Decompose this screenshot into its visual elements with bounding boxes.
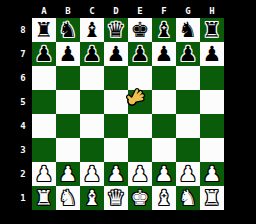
- piece-black-pawn[interactable]: ♟: [35, 42, 54, 66]
- piece-white-bishop[interactable]: ♝: [83, 186, 102, 210]
- piece-black-king[interactable]: ♚: [131, 18, 150, 42]
- square-f8[interactable]: ♝: [152, 18, 176, 42]
- square-a7[interactable]: ♟: [32, 42, 56, 66]
- square-c3[interactable]: [80, 138, 104, 162]
- file-label-d: D: [104, 7, 128, 16]
- piece-black-pawn[interactable]: ♟: [131, 42, 150, 66]
- square-e3[interactable]: [128, 138, 152, 162]
- piece-black-pawn[interactable]: ♟: [107, 42, 126, 66]
- piece-black-rook[interactable]: ♜: [203, 18, 222, 42]
- piece-white-pawn[interactable]: ♟: [59, 162, 78, 186]
- square-h3[interactable]: [200, 138, 224, 162]
- piece-black-pawn[interactable]: ♟: [83, 42, 102, 66]
- rank-label-6: 6: [17, 66, 29, 90]
- piece-white-queen[interactable]: ♛: [107, 186, 126, 210]
- square-e4[interactable]: [128, 114, 152, 138]
- piece-white-pawn[interactable]: ♟: [155, 162, 174, 186]
- piece-black-pawn[interactable]: ♟: [155, 42, 174, 66]
- square-c6[interactable]: [80, 66, 104, 90]
- square-d6[interactable]: [104, 66, 128, 90]
- rank-label-2: 2: [17, 162, 29, 186]
- square-a5[interactable]: [32, 90, 56, 114]
- file-label-f: F: [152, 7, 176, 16]
- square-f4[interactable]: [152, 114, 176, 138]
- square-b4[interactable]: [56, 114, 80, 138]
- square-a4[interactable]: [32, 114, 56, 138]
- piece-white-pawn[interactable]: ♟: [131, 162, 150, 186]
- square-g4[interactable]: [176, 114, 200, 138]
- square-g5[interactable]: [176, 90, 200, 114]
- square-f5[interactable]: [152, 90, 176, 114]
- square-c4[interactable]: [80, 114, 104, 138]
- file-label-b: B: [56, 7, 80, 16]
- rank-label-8: 8: [17, 18, 29, 42]
- square-g7[interactable]: ♟: [176, 42, 200, 66]
- square-e1[interactable]: ♚: [128, 186, 152, 210]
- piece-white-knight[interactable]: ♞: [179, 186, 198, 210]
- rank-label-5: 5: [17, 90, 29, 114]
- file-label-h: H: [200, 7, 224, 16]
- square-d4[interactable]: [104, 114, 128, 138]
- square-h4[interactable]: [200, 114, 224, 138]
- square-g6[interactable]: [176, 66, 200, 90]
- piece-white-pawn[interactable]: ♟: [83, 162, 102, 186]
- square-a6[interactable]: [32, 66, 56, 90]
- rank-label-4: 4: [17, 114, 29, 138]
- file-label-c: C: [80, 7, 104, 16]
- game-screen: ABCDEFGH 87654321 ♜♞♝♛♚♝♞♜♟♟♟♟♟♟♟♟♟♟♟♟♟♟…: [0, 0, 256, 224]
- square-f1[interactable]: ♝: [152, 186, 176, 210]
- piece-black-bishop[interactable]: ♝: [155, 18, 174, 42]
- piece-black-bishop[interactable]: ♝: [83, 18, 102, 42]
- piece-black-knight[interactable]: ♞: [59, 18, 78, 42]
- file-label-a: A: [32, 7, 56, 16]
- square-b8[interactable]: ♞: [56, 18, 80, 42]
- square-b7[interactable]: ♟: [56, 42, 80, 66]
- file-label-e: E: [128, 7, 152, 16]
- square-c8[interactable]: ♝: [80, 18, 104, 42]
- square-b3[interactable]: [56, 138, 80, 162]
- square-e2[interactable]: ♟: [128, 162, 152, 186]
- square-a3[interactable]: [32, 138, 56, 162]
- file-label-g: G: [176, 7, 200, 16]
- square-b1[interactable]: ♞: [56, 186, 80, 210]
- square-d2[interactable]: ♟: [104, 162, 128, 186]
- square-h8[interactable]: ♜: [200, 18, 224, 42]
- piece-white-pawn[interactable]: ♟: [179, 162, 198, 186]
- piece-black-pawn[interactable]: ♟: [203, 42, 222, 66]
- piece-white-pawn[interactable]: ♟: [35, 162, 54, 186]
- square-h6[interactable]: [200, 66, 224, 90]
- square-b2[interactable]: ♟: [56, 162, 80, 186]
- square-f6[interactable]: [152, 66, 176, 90]
- square-a1[interactable]: ♜: [32, 186, 56, 210]
- square-e8[interactable]: ♚: [128, 18, 152, 42]
- square-g1[interactable]: ♞: [176, 186, 200, 210]
- square-h5[interactable]: [200, 90, 224, 114]
- square-g8[interactable]: ♞: [176, 18, 200, 42]
- square-d8[interactable]: ♛: [104, 18, 128, 42]
- square-d1[interactable]: ♛: [104, 186, 128, 210]
- square-h1[interactable]: ♜: [200, 186, 224, 210]
- piece-white-bishop[interactable]: ♝: [155, 186, 174, 210]
- piece-black-queen[interactable]: ♛: [107, 18, 126, 42]
- piece-black-knight[interactable]: ♞: [179, 18, 198, 42]
- square-d5[interactable]: [104, 90, 128, 114]
- rank-label-7: 7: [17, 42, 29, 66]
- square-e6[interactable]: [128, 66, 152, 90]
- square-a8[interactable]: ♜: [32, 18, 56, 42]
- square-b5[interactable]: [56, 90, 80, 114]
- piece-black-pawn[interactable]: ♟: [179, 42, 198, 66]
- piece-white-rook[interactable]: ♜: [203, 186, 222, 210]
- square-d3[interactable]: [104, 138, 128, 162]
- square-f2[interactable]: ♟: [152, 162, 176, 186]
- square-g2[interactable]: ♟: [176, 162, 200, 186]
- chess-board: ♜♞♝♛♚♝♞♜♟♟♟♟♟♟♟♟♟♟♟♟♟♟♟♟♜♞♝♛♚♝♞♜: [32, 18, 224, 210]
- piece-white-pawn[interactable]: ♟: [107, 162, 126, 186]
- piece-black-rook[interactable]: ♜: [35, 18, 54, 42]
- square-c1[interactable]: ♝: [80, 186, 104, 210]
- piece-white-king[interactable]: ♚: [131, 186, 150, 210]
- rank-label-3: 3: [17, 138, 29, 162]
- piece-white-rook[interactable]: ♜: [35, 186, 54, 210]
- square-c2[interactable]: ♟: [80, 162, 104, 186]
- square-f3[interactable]: [152, 138, 176, 162]
- square-a2[interactable]: ♟: [32, 162, 56, 186]
- square-b6[interactable]: [56, 66, 80, 90]
- square-h7[interactable]: ♟: [200, 42, 224, 66]
- square-e7[interactable]: ♟: [128, 42, 152, 66]
- square-e5[interactable]: [128, 90, 152, 114]
- square-h2[interactable]: ♟: [200, 162, 224, 186]
- rank-label-1: 1: [17, 186, 29, 210]
- piece-white-pawn[interactable]: ♟: [203, 162, 222, 186]
- square-c5[interactable]: [80, 90, 104, 114]
- piece-white-knight[interactable]: ♞: [59, 186, 78, 210]
- square-f7[interactable]: ♟: [152, 42, 176, 66]
- square-d7[interactable]: ♟: [104, 42, 128, 66]
- square-c7[interactable]: ♟: [80, 42, 104, 66]
- square-g3[interactable]: [176, 138, 200, 162]
- piece-black-pawn[interactable]: ♟: [59, 42, 78, 66]
